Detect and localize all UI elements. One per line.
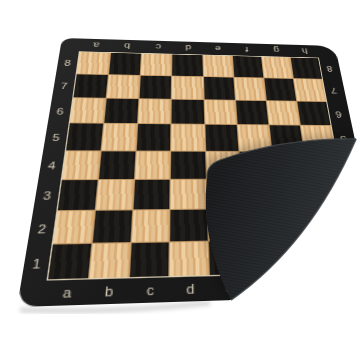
product-photo-scene: aabbccddeeffgghh8877665544332211	[0, 0, 360, 360]
folded-corner-overlay	[0, 0, 360, 360]
mat-contact-shadow	[20, 303, 210, 311]
